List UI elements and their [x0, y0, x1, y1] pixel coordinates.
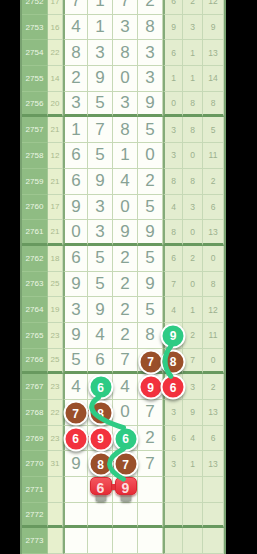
stat-cell: 3 — [163, 451, 183, 477]
stat-cell: 6 — [163, 40, 183, 66]
digit-cell: 4 — [63, 15, 88, 41]
digit-cell: 8 — [113, 40, 138, 66]
stat-cell: 8 — [183, 92, 203, 118]
digit-cell: 0 — [113, 400, 138, 426]
digit-cell: 0 — [63, 220, 88, 246]
digit-cell: 2 — [138, 169, 163, 195]
stat-cell: 13 — [203, 451, 224, 477]
digit-cell: 8 — [138, 15, 163, 41]
digit-cell: 9 — [88, 426, 113, 452]
sum-cell: 23 — [48, 374, 63, 400]
digit-cell: 2 — [138, 426, 163, 452]
stat-cell: 8 — [163, 220, 183, 246]
period-cell: 2758 — [22, 143, 48, 169]
sum-cell: 25 — [48, 272, 63, 298]
period-cell: 2773 — [22, 528, 48, 554]
digit-cell: 3 — [88, 195, 113, 221]
digit-cell: 3 — [63, 92, 88, 118]
digit-cell: 7 — [138, 349, 163, 375]
digit-cell: 8 — [63, 40, 88, 66]
stat-cell — [183, 528, 203, 554]
digit-cell: 3 — [138, 66, 163, 92]
sum-cell: 12 — [48, 143, 63, 169]
digit-cell: 9 — [138, 220, 163, 246]
period-cell: 2755 — [22, 66, 48, 92]
digit-cell: 5 — [88, 92, 113, 118]
digit-cell: 7 — [138, 451, 163, 477]
digit-cell: 4 — [113, 374, 138, 400]
sum-cell — [48, 528, 63, 554]
digit-cell: 6 — [113, 426, 138, 452]
stat-cell: 0 — [203, 246, 224, 272]
digit-cell: 7 — [138, 400, 163, 426]
digit-cell — [88, 503, 113, 529]
digit-cell: 3 — [113, 15, 138, 41]
digit-cell: 5 — [138, 246, 163, 272]
stat-cell: 8 — [183, 117, 203, 143]
number-grid: 2752177172621227531641389392754228383611… — [20, 0, 226, 554]
stat-cell: 1 — [183, 297, 203, 323]
digit-cell: 6 — [88, 349, 113, 375]
period-cell: 2766 — [22, 349, 48, 375]
digit-cell: 3 — [63, 297, 88, 323]
lottery-trend-screen: 2752177172621227531641389392754228383611… — [0, 0, 257, 554]
stat-cell: 6 — [163, 0, 183, 15]
period-cell: 2753 — [22, 15, 48, 41]
period-cell: 2761 — [22, 220, 48, 246]
stat-cell: 2 — [203, 169, 224, 195]
stat-cell: 8 — [203, 272, 224, 298]
stat-cell — [183, 477, 203, 503]
digit-cell: 0 — [138, 143, 163, 169]
digit-cell: 5 — [88, 246, 113, 272]
stat-cell — [203, 503, 224, 529]
digit-cell: 4 — [113, 169, 138, 195]
stat-cell: 6 — [163, 426, 183, 452]
stat-cell: 3 — [163, 117, 183, 143]
digit-cell: 0 — [113, 66, 138, 92]
period-cell: 2757 — [22, 117, 48, 143]
period-cell: 2762 — [22, 246, 48, 272]
digit-cell: 6 — [63, 169, 88, 195]
period-cell: 2763 — [22, 272, 48, 298]
stat-cell: 8 — [163, 169, 183, 195]
digit-cell — [138, 477, 163, 503]
digit-cell: 9 — [63, 451, 88, 477]
digit-cell: 5 — [138, 195, 163, 221]
stat-cell: 12 — [203, 0, 224, 15]
sum-cell: 19 — [48, 297, 63, 323]
stat-cell: 12 — [203, 297, 224, 323]
digit-cell: 4 — [63, 374, 88, 400]
sum-cell: 16 — [48, 15, 63, 41]
stat-cell: 7 — [163, 272, 183, 298]
digit-cell: 1 — [88, 15, 113, 41]
digit-cell: 0 — [113, 195, 138, 221]
stat-cell: 2 — [203, 374, 224, 400]
stat-cell: 1 — [183, 451, 203, 477]
sum-cell: 23 — [48, 426, 63, 452]
digit-cell: 5 — [138, 297, 163, 323]
digit-cell: 7 — [113, 0, 138, 15]
period-cell: 2754 — [22, 40, 48, 66]
stat-cell: 6 — [163, 246, 183, 272]
stat-cell: 0 — [163, 92, 183, 118]
digit-cell — [88, 528, 113, 554]
stat-cell — [183, 503, 203, 529]
stat-cell: 11 — [203, 143, 224, 169]
digit-cell: 7 — [63, 400, 88, 426]
digit-cell: 9 — [88, 66, 113, 92]
trend-table: 2752177172621227531641389392754228383611… — [20, 0, 226, 554]
stat-cell: 0 — [183, 272, 203, 298]
stat-cell: 3 — [183, 374, 203, 400]
sum-cell — [48, 477, 63, 503]
digit-cell: 9 — [113, 220, 138, 246]
digit-cell — [113, 528, 138, 554]
sum-cell: 25 — [48, 349, 63, 375]
stat-cell: 1 — [183, 40, 203, 66]
period-cell: 2760 — [22, 195, 48, 221]
digit-cell: 2 — [113, 272, 138, 298]
stat-cell: 5 — [203, 117, 224, 143]
digit-cell — [63, 528, 88, 554]
stat-cell: 6 — [163, 374, 183, 400]
period-cell: 2759 — [22, 169, 48, 195]
digit-cell: 5 — [138, 117, 163, 143]
period-cell: 2756 — [22, 92, 48, 118]
stat-cell: 9 — [203, 15, 224, 41]
stat-cell: 3 — [163, 400, 183, 426]
stat-cell: 9 — [163, 15, 183, 41]
stat-cell: 2 — [183, 0, 203, 15]
digit-cell: 3 — [113, 92, 138, 118]
sum-cell: 20 — [48, 92, 63, 118]
digit-cell — [88, 477, 113, 503]
digit-cell: 8 — [88, 451, 113, 477]
stat-cell: 4 — [183, 426, 203, 452]
stat-cell: 0 — [203, 349, 224, 375]
sum-cell: 18 — [48, 246, 63, 272]
period-cell: 2752 — [22, 0, 48, 15]
stat-cell: 3 — [183, 195, 203, 221]
digit-cell: 9 — [63, 272, 88, 298]
stat-cell — [163, 503, 183, 529]
stat-cell: 4 — [163, 195, 183, 221]
digit-cell: 6 — [63, 246, 88, 272]
stat-cell: 3 — [183, 15, 203, 41]
digit-cell: 6 — [88, 374, 113, 400]
digit-cell: 7 — [88, 117, 113, 143]
digit-cell — [138, 503, 163, 529]
stat-cell — [163, 528, 183, 554]
sum-cell: 21 — [48, 117, 63, 143]
stat-cell: 6 — [203, 195, 224, 221]
digit-cell: 9 — [63, 323, 88, 349]
period-cell: 2770 — [22, 451, 48, 477]
digit-cell: 7 — [113, 349, 138, 375]
digit-cell — [113, 477, 138, 503]
sum-cell: 21 — [48, 169, 63, 195]
stat-cell — [203, 528, 224, 554]
stat-cell: 3 — [163, 143, 183, 169]
digit-cell: 5 — [88, 143, 113, 169]
sum-cell: 21 — [48, 220, 63, 246]
digit-cell: 8 — [88, 400, 113, 426]
digit-cell: 4 — [88, 323, 113, 349]
stat-cell: 7 — [183, 349, 203, 375]
digit-cell: 8 — [113, 117, 138, 143]
period-cell: 2771 — [22, 477, 48, 503]
stat-cell: 9 — [183, 400, 203, 426]
stat-cell: 8 — [163, 349, 183, 375]
digit-cell: 7 — [63, 0, 88, 15]
stat-cell: 13 — [203, 400, 224, 426]
sum-cell — [48, 503, 63, 529]
digit-cell: 1 — [63, 117, 88, 143]
digit-cell: 9 — [138, 272, 163, 298]
stat-cell: 1 — [163, 66, 183, 92]
digit-cell: 9 — [138, 92, 163, 118]
period-cell: 2772 — [22, 503, 48, 529]
stat-cell: 2 — [183, 323, 203, 349]
digit-cell: 9 — [88, 169, 113, 195]
digit-cell: 2 — [113, 323, 138, 349]
digit-cell: 6 — [63, 426, 88, 452]
period-cell: 2768 — [22, 400, 48, 426]
sum-cell: 22 — [48, 40, 63, 66]
stat-cell: 14 — [203, 66, 224, 92]
period-cell: 2764 — [22, 297, 48, 323]
stat-cell: 4 — [163, 297, 183, 323]
stat-cell: 8 — [203, 92, 224, 118]
digit-cell: 3 — [138, 40, 163, 66]
digit-cell — [113, 503, 138, 529]
stat-cell — [163, 477, 183, 503]
digit-cell — [138, 528, 163, 554]
digit-cell: 2 — [138, 0, 163, 15]
sum-cell: 22 — [48, 400, 63, 426]
digit-cell: 2 — [63, 66, 88, 92]
digit-cell — [63, 503, 88, 529]
digit-cell: 9 — [63, 195, 88, 221]
digit-cell: 2 — [113, 297, 138, 323]
stat-cell: 9 — [163, 323, 183, 349]
digit-cell — [63, 477, 88, 503]
period-cell: 2769 — [22, 426, 48, 452]
sum-cell: 17 — [48, 195, 63, 221]
sum-cell: 14 — [48, 66, 63, 92]
stat-cell: 13 — [203, 40, 224, 66]
stat-cell: 6 — [203, 426, 224, 452]
stat-cell: 8 — [183, 169, 203, 195]
digit-cell: 3 — [88, 40, 113, 66]
period-cell: 2767 — [22, 374, 48, 400]
stat-cell — [203, 477, 224, 503]
sum-cell: 17 — [48, 0, 63, 15]
stat-cell: 11 — [203, 323, 224, 349]
digit-cell: 1 — [88, 0, 113, 15]
period-cell: 2765 — [22, 323, 48, 349]
sum-cell: 23 — [48, 323, 63, 349]
digit-cell: 8 — [138, 323, 163, 349]
digit-cell: 3 — [88, 220, 113, 246]
sum-cell: 31 — [48, 451, 63, 477]
digit-cell: 7 — [113, 451, 138, 477]
stat-cell: 0 — [183, 143, 203, 169]
digit-cell: 1 — [113, 143, 138, 169]
digit-cell: 5 — [63, 349, 88, 375]
stat-cell: 1 — [183, 66, 203, 92]
digit-cell: 9 — [138, 374, 163, 400]
digit-cell: 9 — [88, 297, 113, 323]
digit-cell: 2 — [113, 246, 138, 272]
stat-cell: 2 — [183, 246, 203, 272]
stat-cell: 0 — [183, 220, 203, 246]
digit-cell: 6 — [63, 143, 88, 169]
digit-cell: 5 — [88, 272, 113, 298]
stat-cell: 13 — [203, 220, 224, 246]
